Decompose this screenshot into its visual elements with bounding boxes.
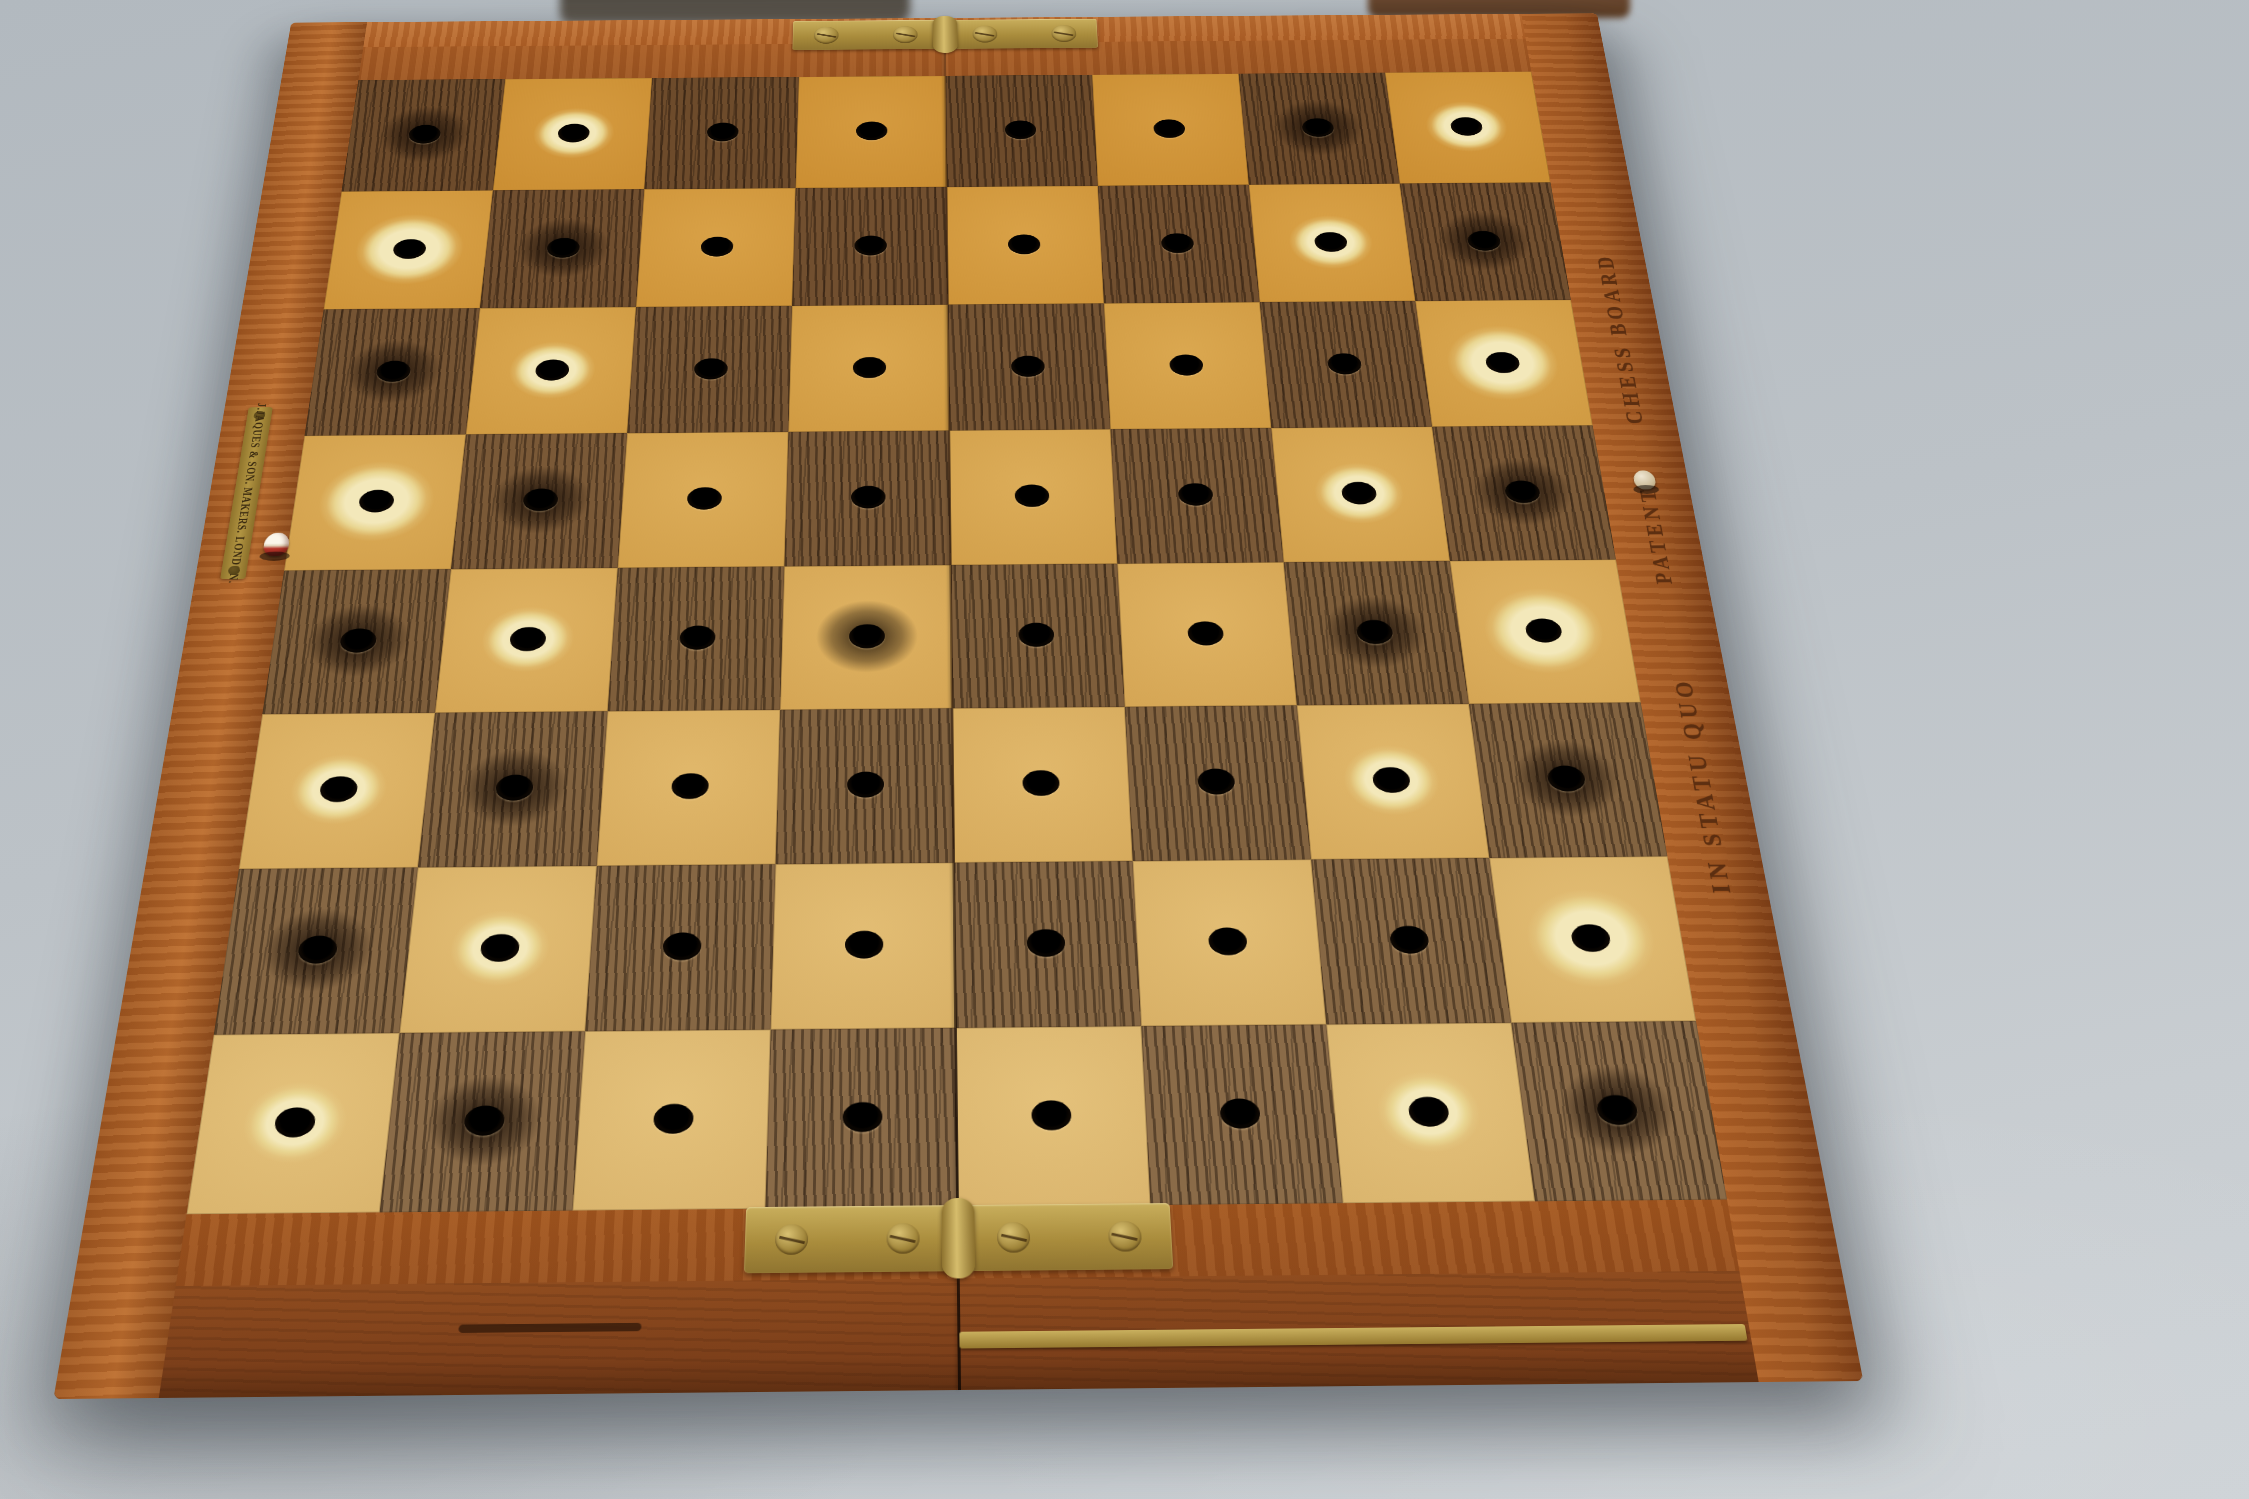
square-b5 <box>451 433 627 569</box>
peg-hole <box>679 625 716 649</box>
peg-hole <box>339 628 378 652</box>
square-c5 <box>618 432 789 568</box>
hinge-knuckle <box>942 1198 976 1279</box>
peg-hole <box>1450 117 1484 136</box>
screw-icon <box>972 26 997 43</box>
peg-hole <box>694 358 728 379</box>
peg-hole <box>1546 766 1587 792</box>
peg-hole <box>1595 1095 1639 1125</box>
square-b4 <box>435 567 618 712</box>
peg-hole <box>1372 767 1412 793</box>
peg-hole <box>358 490 395 513</box>
square-e1 <box>956 1026 1150 1206</box>
photo-of-travel-chess-board: { "game": "chess", "board_type": "In Sta… <box>0 0 2249 1499</box>
square-c6 <box>627 306 792 433</box>
peg-hole <box>854 236 886 256</box>
peg-hole <box>1407 1096 1450 1126</box>
peg-hole <box>273 1107 317 1137</box>
square-h1 <box>1511 1021 1727 1201</box>
square-e5 <box>949 429 1117 565</box>
peg-hole <box>408 125 442 144</box>
peg-hole <box>509 627 547 651</box>
hinge-knuckle <box>933 16 958 53</box>
square-f1 <box>1141 1025 1343 1205</box>
peg-hole <box>1570 924 1612 952</box>
peg-hole <box>1356 620 1394 644</box>
square-f5 <box>1110 428 1283 563</box>
screw-icon <box>1051 25 1076 42</box>
peg-hole <box>463 1105 505 1135</box>
peg-hole <box>662 932 702 960</box>
peg-hole <box>1161 233 1195 253</box>
screw-icon <box>1107 1221 1141 1252</box>
square-h2 <box>1489 856 1696 1023</box>
screw-icon <box>997 1222 1031 1253</box>
peg-hole <box>495 775 534 801</box>
peg-hole <box>1015 485 1050 508</box>
peg-hole <box>671 773 709 799</box>
peg-hole <box>376 360 412 381</box>
square-h8 <box>1385 72 1551 184</box>
square-h4 <box>1450 559 1641 704</box>
square-c1 <box>573 1030 771 1211</box>
peg-hole <box>700 237 733 257</box>
square-d8 <box>796 76 947 188</box>
square-f7 <box>1098 184 1260 303</box>
peg-hole <box>1484 352 1520 373</box>
stamp-chess-board: CHESS BOARD <box>1590 253 1648 424</box>
peg-hole <box>687 487 723 510</box>
square-b3 <box>418 711 608 867</box>
square-c8 <box>644 77 799 189</box>
square-f4 <box>1117 562 1297 707</box>
peg-hole <box>1341 482 1378 505</box>
peg-hole <box>1301 118 1334 137</box>
peg-hole <box>1219 1098 1261 1128</box>
peg-hole <box>557 124 590 143</box>
square-a1 <box>187 1033 400 1214</box>
peg-hole <box>1327 353 1363 374</box>
square-a3 <box>239 713 435 869</box>
peg-hole <box>1504 481 1542 504</box>
square-g2 <box>1311 858 1511 1025</box>
peg-hole <box>1314 232 1348 252</box>
square-a2 <box>214 867 418 1035</box>
peg-hole <box>1187 621 1224 645</box>
peg-hole <box>1011 355 1045 376</box>
square-e2 <box>954 861 1141 1028</box>
peg-hole <box>1197 769 1236 795</box>
square-b1 <box>380 1032 585 1213</box>
square-g6 <box>1260 301 1432 428</box>
ivory-peg <box>1632 470 1657 489</box>
peg-hole <box>853 357 886 378</box>
square-a8 <box>342 79 506 191</box>
red-white-peg <box>262 533 291 557</box>
square-f3 <box>1125 705 1311 860</box>
peg-hole <box>1153 119 1186 138</box>
peg-hole <box>1008 234 1041 254</box>
screw-icon <box>775 1224 809 1255</box>
square-d3 <box>776 708 955 864</box>
square-g8 <box>1239 73 1400 185</box>
peg-hole <box>535 359 570 380</box>
square-d6 <box>788 305 949 432</box>
square-g5 <box>1271 427 1450 562</box>
square-e8 <box>946 75 1098 187</box>
square-c4 <box>608 566 785 711</box>
peg-hole <box>1466 231 1501 251</box>
peg-hole <box>845 931 883 959</box>
square-e7 <box>947 186 1104 305</box>
square-d1 <box>765 1028 958 1209</box>
peg-hole <box>546 238 580 258</box>
square-c7 <box>636 188 796 307</box>
peg-hole <box>319 776 359 802</box>
peg-hole <box>1005 121 1037 140</box>
square-g4 <box>1284 561 1469 706</box>
stamp-in-statu-quo: IN STATU QUO <box>1667 677 1737 894</box>
top-hinge <box>792 19 1098 50</box>
peg-hole <box>1208 927 1248 955</box>
square-d2 <box>771 862 956 1029</box>
square-a6 <box>304 308 479 435</box>
square-a7 <box>324 190 493 309</box>
square-d7 <box>792 187 948 306</box>
peg-hole <box>392 239 427 259</box>
square-d4 <box>780 565 952 710</box>
peg-hole <box>842 1102 882 1132</box>
peg-hole <box>1389 926 1430 954</box>
square-g7 <box>1249 183 1416 302</box>
square-b7 <box>480 189 644 308</box>
square-d5 <box>784 430 951 566</box>
square-e4 <box>951 563 1125 708</box>
peg-hole <box>1169 354 1204 375</box>
peg-hole <box>297 936 339 964</box>
square-e6 <box>948 304 1110 431</box>
square-a4 <box>262 569 451 714</box>
square-b6 <box>466 307 636 434</box>
peg-hole <box>856 122 887 141</box>
peg-hole <box>1027 929 1066 957</box>
folding-chess-box: J.JAQUES & SON. MAKERS. LONDON. CHESS BO… <box>53 13 1863 1399</box>
square-b8 <box>493 78 652 190</box>
peg-hole <box>849 624 885 648</box>
peg-hole <box>707 123 739 142</box>
peg-hole <box>851 486 886 509</box>
square-c3 <box>597 710 780 866</box>
peg-hole <box>1022 770 1060 796</box>
square-f8 <box>1092 74 1249 186</box>
chess-box-scene: J.JAQUES & SON. MAKERS. LONDON. CHESS BO… <box>53 13 1863 1399</box>
peg-hole <box>480 934 521 962</box>
bottom-hinge <box>744 1203 1173 1273</box>
peg-hole <box>653 1103 694 1133</box>
square-g3 <box>1297 704 1489 859</box>
peg-hole <box>1031 1100 1072 1130</box>
peg-hole <box>522 489 558 512</box>
square-e3 <box>952 707 1132 863</box>
square-f2 <box>1133 859 1327 1026</box>
peg-hole <box>1178 483 1214 506</box>
square-h6 <box>1415 300 1592 427</box>
square-h3 <box>1469 702 1668 857</box>
stamp-patent: PATENT <box>1633 486 1678 585</box>
square-a5 <box>284 434 466 570</box>
screw-icon <box>886 1223 919 1254</box>
screw-icon <box>893 26 918 43</box>
square-g1 <box>1326 1023 1535 1203</box>
screw-icon <box>814 27 839 44</box>
square-c2 <box>585 864 775 1032</box>
square-f6 <box>1104 302 1271 429</box>
square-h7 <box>1400 182 1571 301</box>
peg-hole <box>847 772 884 798</box>
peg-hole <box>1524 618 1563 642</box>
square-b2 <box>400 866 597 1034</box>
square-h5 <box>1432 425 1616 560</box>
peg-hole <box>1018 623 1054 647</box>
